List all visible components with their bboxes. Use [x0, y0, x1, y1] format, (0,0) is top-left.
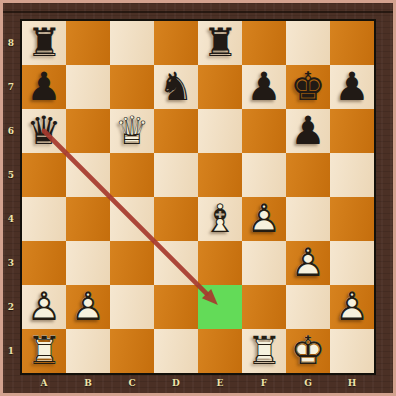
square-c1[interactable]: [110, 329, 154, 373]
square-c2[interactable]: [110, 285, 154, 329]
file-label-a: A: [22, 375, 66, 391]
square-b4[interactable]: [66, 197, 110, 241]
rank-label-3: 3: [2, 241, 20, 285]
square-c4[interactable]: [110, 197, 154, 241]
square-e8[interactable]: ♜: [198, 21, 242, 65]
rank-label-5: 5: [2, 153, 20, 197]
file-label-e: E: [198, 375, 242, 391]
square-b7[interactable]: [66, 65, 110, 109]
square-b2[interactable]: ♟♙: [66, 285, 110, 329]
square-f6[interactable]: [242, 109, 286, 153]
piece-white-rook[interactable]: ♜♖: [242, 329, 286, 373]
chess-board[interactable]: ♜♜♟♞♟♚♟♛♛♕♟♝♗♟♙♟♙♟♙♟♙♟♙♜♖♜♖♚♔: [20, 19, 376, 375]
file-label-d: D: [154, 375, 198, 391]
square-b1[interactable]: [66, 329, 110, 373]
square-d4[interactable]: [154, 197, 198, 241]
square-a3[interactable]: [22, 241, 66, 285]
square-f4[interactable]: ♟♙: [242, 197, 286, 241]
square-e7[interactable]: [198, 65, 242, 109]
square-g1[interactable]: ♚♔: [286, 329, 330, 373]
square-f5[interactable]: [242, 153, 286, 197]
piece-black-queen[interactable]: ♛: [22, 109, 66, 153]
square-b8[interactable]: [66, 21, 110, 65]
file-label-f: F: [242, 375, 286, 391]
square-e6[interactable]: [198, 109, 242, 153]
file-label-g: G: [286, 375, 330, 391]
square-d5[interactable]: [154, 153, 198, 197]
square-g4[interactable]: [286, 197, 330, 241]
square-h6[interactable]: [330, 109, 374, 153]
piece-black-pawn[interactable]: ♟: [330, 65, 374, 109]
square-c3[interactable]: [110, 241, 154, 285]
piece-white-rook[interactable]: ♜♖: [22, 329, 66, 373]
rank-label-7: 7: [2, 65, 20, 109]
square-f8[interactable]: [242, 21, 286, 65]
square-c6[interactable]: ♛♕: [110, 109, 154, 153]
square-h4[interactable]: [330, 197, 374, 241]
frame-groove: [3, 11, 393, 13]
square-e5[interactable]: [198, 153, 242, 197]
square-h5[interactable]: [330, 153, 374, 197]
piece-black-pawn[interactable]: ♟: [242, 65, 286, 109]
square-g8[interactable]: [286, 21, 330, 65]
square-f2[interactable]: [242, 285, 286, 329]
square-h7[interactable]: ♟: [330, 65, 374, 109]
square-c5[interactable]: [110, 153, 154, 197]
square-d1[interactable]: [154, 329, 198, 373]
square-h1[interactable]: [330, 329, 374, 373]
piece-white-pawn[interactable]: ♟♙: [286, 241, 330, 285]
square-e2[interactable]: [198, 285, 242, 329]
rank-label-8: 8: [2, 21, 20, 65]
square-a8[interactable]: ♜: [22, 21, 66, 65]
square-b5[interactable]: [66, 153, 110, 197]
square-e1[interactable]: [198, 329, 242, 373]
rank-label-6: 6: [2, 109, 20, 153]
file-label-c: C: [110, 375, 154, 391]
square-a4[interactable]: [22, 197, 66, 241]
piece-black-knight[interactable]: ♞: [154, 65, 198, 109]
square-d3[interactable]: [154, 241, 198, 285]
square-a7[interactable]: ♟: [22, 65, 66, 109]
square-h3[interactable]: [330, 241, 374, 285]
piece-black-pawn[interactable]: ♟: [286, 109, 330, 153]
piece-white-pawn[interactable]: ♟♙: [330, 285, 374, 329]
square-e4[interactable]: ♝♗: [198, 197, 242, 241]
file-label-b: B: [66, 375, 110, 391]
square-b3[interactable]: [66, 241, 110, 285]
square-a2[interactable]: ♟♙: [22, 285, 66, 329]
chess-diagram: ♜♜♟♞♟♚♟♛♛♕♟♝♗♟♙♟♙♟♙♟♙♟♙♜♖♜♖♚♔ 87654321 A…: [0, 0, 396, 396]
square-a5[interactable]: [22, 153, 66, 197]
square-g3[interactable]: ♟♙: [286, 241, 330, 285]
square-a6[interactable]: ♛: [22, 109, 66, 153]
rank-label-2: 2: [2, 285, 20, 329]
square-d7[interactable]: ♞: [154, 65, 198, 109]
square-d8[interactable]: [154, 21, 198, 65]
piece-black-rook[interactable]: ♜: [198, 21, 242, 65]
piece-white-pawn[interactable]: ♟♙: [66, 285, 110, 329]
square-a1[interactable]: ♜♖: [22, 329, 66, 373]
piece-black-king[interactable]: ♚: [286, 65, 330, 109]
piece-white-pawn[interactable]: ♟♙: [22, 285, 66, 329]
square-g7[interactable]: ♚: [286, 65, 330, 109]
square-d2[interactable]: [154, 285, 198, 329]
rank-label-4: 4: [2, 197, 20, 241]
square-g5[interactable]: [286, 153, 330, 197]
square-g2[interactable]: [286, 285, 330, 329]
square-g6[interactable]: ♟: [286, 109, 330, 153]
square-f1[interactable]: ♜♖: [242, 329, 286, 373]
square-h2[interactable]: ♟♙: [330, 285, 374, 329]
piece-white-queen[interactable]: ♛♕: [110, 109, 154, 153]
square-f7[interactable]: ♟: [242, 65, 286, 109]
square-h8[interactable]: [330, 21, 374, 65]
piece-black-rook[interactable]: ♜: [22, 21, 66, 65]
file-label-h: H: [330, 375, 374, 391]
square-e3[interactable]: [198, 241, 242, 285]
piece-black-pawn[interactable]: ♟: [22, 65, 66, 109]
piece-white-king[interactable]: ♚♔: [286, 329, 330, 373]
square-c8[interactable]: [110, 21, 154, 65]
square-d6[interactable]: [154, 109, 198, 153]
square-c7[interactable]: [110, 65, 154, 109]
piece-white-pawn[interactable]: ♟♙: [242, 197, 286, 241]
rank-label-1: 1: [2, 329, 20, 373]
piece-white-bishop[interactable]: ♝♗: [198, 197, 242, 241]
square-f3[interactable]: [242, 241, 286, 285]
square-b6[interactable]: [66, 109, 110, 153]
